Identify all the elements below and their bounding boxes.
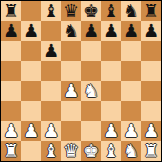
square-f5[interactable]: [101, 61, 121, 81]
square-c6[interactable]: ♟: [41, 41, 61, 61]
white-pawn-piece[interactable]: ♟: [123, 121, 139, 141]
white-bishop-piece[interactable]: ♝: [43, 141, 59, 161]
square-g3[interactable]: [121, 101, 141, 121]
white-rook-piece[interactable]: ♜: [143, 141, 159, 161]
square-h3[interactable]: [141, 101, 161, 121]
square-g2[interactable]: ♟: [121, 121, 141, 141]
black-pawn-piece[interactable]: ♟: [83, 21, 99, 41]
black-rook-piece[interactable]: ♜: [3, 1, 19, 21]
black-queen-piece[interactable]: ♛: [63, 1, 79, 21]
white-pawn-piece[interactable]: ♟: [143, 121, 159, 141]
square-e5[interactable]: [81, 61, 101, 81]
square-c2[interactable]: ♟: [41, 121, 61, 141]
white-king-piece[interactable]: ♚: [83, 141, 99, 161]
square-h5[interactable]: [141, 61, 161, 81]
square-b8[interactable]: [21, 1, 41, 21]
black-pawn-piece[interactable]: ♟: [103, 21, 119, 41]
square-d2[interactable]: [61, 121, 81, 141]
square-g1[interactable]: ♞: [121, 141, 141, 161]
black-pawn-piece[interactable]: ♟: [123, 21, 139, 41]
black-pawn-piece[interactable]: ♟: [43, 41, 59, 61]
square-c3[interactable]: [41, 101, 61, 121]
square-e2[interactable]: [81, 121, 101, 141]
square-f7[interactable]: ♟: [101, 21, 121, 41]
square-h7[interactable]: ♟: [141, 21, 161, 41]
black-rook-piece[interactable]: ♜: [143, 1, 159, 21]
square-d4[interactable]: ♟: [61, 81, 81, 101]
square-e4[interactable]: ♞: [81, 81, 101, 101]
black-pawn-piece[interactable]: ♟: [3, 21, 19, 41]
square-b5[interactable]: [21, 61, 41, 81]
black-king-piece[interactable]: ♚: [83, 1, 99, 21]
square-b3[interactable]: [21, 101, 41, 121]
square-e1[interactable]: ♚: [81, 141, 101, 161]
chess-board: ♜♝♛♚♝♞♜♟♟♞♟♟♟♟♟♟♞♟♟♟♟♟♟♜♝♛♚♝♞♜: [0, 0, 162, 162]
square-f4[interactable]: [101, 81, 121, 101]
square-a1[interactable]: ♜: [1, 141, 21, 161]
white-pawn-piece[interactable]: ♟: [23, 121, 39, 141]
white-queen-piece[interactable]: ♛: [63, 141, 79, 161]
black-knight-piece[interactable]: ♞: [63, 21, 79, 41]
white-pawn-piece[interactable]: ♟: [43, 121, 59, 141]
square-d6[interactable]: [61, 41, 81, 61]
black-pawn-piece[interactable]: ♟: [143, 21, 159, 41]
square-d7[interactable]: ♞: [61, 21, 81, 41]
square-h2[interactable]: ♟: [141, 121, 161, 141]
square-c8[interactable]: ♝: [41, 1, 61, 21]
square-f2[interactable]: ♟: [101, 121, 121, 141]
white-knight-piece[interactable]: ♞: [123, 141, 139, 161]
square-f3[interactable]: [101, 101, 121, 121]
square-a4[interactable]: [1, 81, 21, 101]
square-d1[interactable]: ♛: [61, 141, 81, 161]
square-g5[interactable]: [121, 61, 141, 81]
square-a3[interactable]: [1, 101, 21, 121]
square-b2[interactable]: ♟: [21, 121, 41, 141]
square-b6[interactable]: [21, 41, 41, 61]
square-h4[interactable]: [141, 81, 161, 101]
square-a6[interactable]: [1, 41, 21, 61]
square-e7[interactable]: ♟: [81, 21, 101, 41]
square-e8[interactable]: ♚: [81, 1, 101, 21]
square-b4[interactable]: [21, 81, 41, 101]
square-h8[interactable]: ♜: [141, 1, 161, 21]
square-h6[interactable]: [141, 41, 161, 61]
white-rook-piece[interactable]: ♜: [3, 141, 19, 161]
square-f1[interactable]: ♝: [101, 141, 121, 161]
square-d3[interactable]: [61, 101, 81, 121]
square-b1[interactable]: [21, 141, 41, 161]
square-g7[interactable]: ♟: [121, 21, 141, 41]
square-e3[interactable]: [81, 101, 101, 121]
square-f6[interactable]: [101, 41, 121, 61]
square-a2[interactable]: ♟: [1, 121, 21, 141]
black-pawn-piece[interactable]: ♟: [23, 21, 39, 41]
white-bishop-piece[interactable]: ♝: [103, 141, 119, 161]
square-e6[interactable]: [81, 41, 101, 61]
square-h1[interactable]: ♜: [141, 141, 161, 161]
black-bishop-piece[interactable]: ♝: [43, 1, 59, 21]
black-bishop-piece[interactable]: ♝: [103, 1, 119, 21]
square-g4[interactable]: [121, 81, 141, 101]
square-d5[interactable]: [61, 61, 81, 81]
square-g8[interactable]: ♞: [121, 1, 141, 21]
square-c1[interactable]: ♝: [41, 141, 61, 161]
white-knight-piece[interactable]: ♞: [83, 81, 99, 101]
square-c5[interactable]: [41, 61, 61, 81]
square-c7[interactable]: [41, 21, 61, 41]
white-pawn-piece[interactable]: ♟: [103, 121, 119, 141]
square-b7[interactable]: ♟: [21, 21, 41, 41]
white-pawn-piece[interactable]: ♟: [63, 81, 79, 101]
chessboard-container: ♜♝♛♚♝♞♜♟♟♞♟♟♟♟♟♟♞♟♟♟♟♟♟♜♝♛♚♝♞♜: [0, 0, 162, 162]
black-knight-piece[interactable]: ♞: [123, 1, 139, 21]
square-f8[interactable]: ♝: [101, 1, 121, 21]
square-a8[interactable]: ♜: [1, 1, 21, 21]
square-c4[interactable]: [41, 81, 61, 101]
white-pawn-piece[interactable]: ♟: [3, 121, 19, 141]
square-a7[interactable]: ♟: [1, 21, 21, 41]
square-d8[interactable]: ♛: [61, 1, 81, 21]
square-g6[interactable]: [121, 41, 141, 61]
square-a5[interactable]: [1, 61, 21, 81]
